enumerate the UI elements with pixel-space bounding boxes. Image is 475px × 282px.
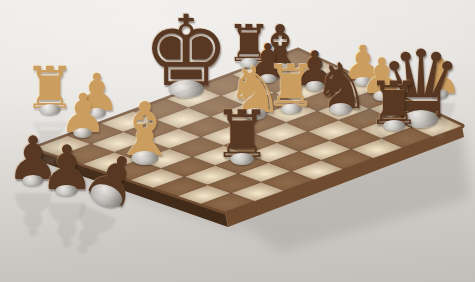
metal-ball-base (330, 103, 353, 115)
chess-piece-dark-rook-g2[interactable]: ♜ (367, 75, 421, 132)
chess-set-photo-scene: ♜♝♟♟♟♟♚♟♟♟♟♜♞♜♜♟♞♛♜♟♝♜♟♟♟♟♟♟ (0, 0, 475, 282)
chess-piece-dark-knight-g4[interactable]: ♞ (313, 56, 370, 116)
chess-piece-dark-king-e8[interactable]: ♚ (142, 6, 229, 99)
metal-ball-base (40, 104, 61, 115)
metal-ball-base (281, 104, 302, 115)
metal-ball-base (56, 185, 78, 197)
chess-piece-dark-rook-c3[interactable]: ♜ (213, 104, 271, 166)
